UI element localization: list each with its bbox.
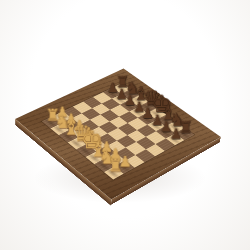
square-h1: ♜	[104, 166, 124, 180]
square-h7: ♟	[165, 133, 184, 145]
white-rook: ♜	[108, 157, 122, 174]
product-photo-scene: ♜♞♝♛♚♝♞♜♟♟♟♟♟♟♟♟♟♟♟♟♟♟♟♟♜♞♝♛♚♝♞♜	[0, 0, 250, 250]
black-pawn: ♟	[169, 126, 183, 140]
